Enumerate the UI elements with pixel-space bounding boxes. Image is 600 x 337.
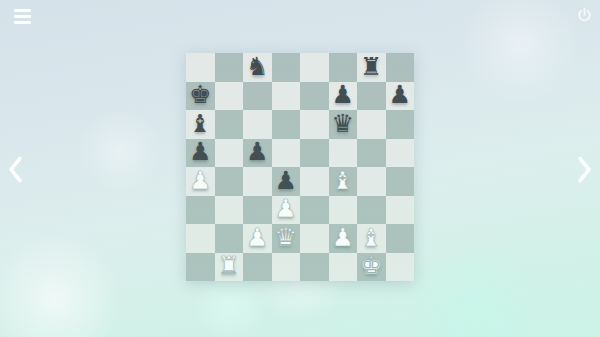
piece-white-king[interactable]: ♚ [360,253,382,278]
square-b1[interactable]: ♜ [215,253,244,282]
piece-black-pawn[interactable]: ♟ [332,82,354,107]
square-c7[interactable] [243,82,272,111]
piece-black-bishop[interactable]: ♝ [189,111,211,136]
square-f5[interactable] [329,139,358,168]
square-b4[interactable] [215,167,244,196]
square-h8[interactable] [386,53,415,82]
square-d1[interactable] [272,253,301,282]
next-puzzle-button[interactable] [575,155,593,184]
square-b8[interactable] [215,53,244,82]
menu-button[interactable] [14,9,32,24]
square-a7[interactable]: ♚ [186,82,215,111]
square-g5[interactable] [357,139,386,168]
square-d8[interactable] [272,53,301,82]
square-c1[interactable] [243,253,272,282]
square-a2[interactable] [186,224,215,253]
square-e2[interactable] [300,224,329,253]
square-g4[interactable] [357,167,386,196]
square-b7[interactable] [215,82,244,111]
square-h6[interactable] [386,110,415,139]
square-f3[interactable] [329,196,358,225]
square-g7[interactable] [357,82,386,111]
square-b2[interactable] [215,224,244,253]
square-a8[interactable] [186,53,215,82]
prev-puzzle-button[interactable] [7,155,25,184]
piece-black-pawn[interactable]: ♟ [389,82,411,107]
piece-white-bishop[interactable]: ♝ [332,168,354,193]
square-e5[interactable] [300,139,329,168]
square-h2[interactable] [386,224,415,253]
piece-white-pawn[interactable]: ♟ [189,168,211,193]
hamburger-menu-icon [14,9,31,12]
square-a4[interactable]: ♟ [186,167,215,196]
square-a5[interactable]: ♟ [186,139,215,168]
square-f6[interactable]: ♛ [329,110,358,139]
square-a3[interactable] [186,196,215,225]
square-g8[interactable]: ♜ [357,53,386,82]
square-d3[interactable]: ♟ [272,196,301,225]
square-c5[interactable]: ♟ [243,139,272,168]
square-e6[interactable] [300,110,329,139]
square-f7[interactable]: ♟ [329,82,358,111]
square-f2[interactable]: ♟ [329,224,358,253]
piece-black-knight[interactable]: ♞ [246,54,268,79]
square-d2[interactable]: ♛ [272,224,301,253]
square-d4[interactable]: ♟ [272,167,301,196]
square-f1[interactable] [329,253,358,282]
piece-black-queen[interactable]: ♛ [332,111,354,136]
power-icon [576,7,593,24]
chevron-right-icon [575,155,593,184]
square-c4[interactable] [243,167,272,196]
square-b6[interactable] [215,110,244,139]
square-d6[interactable] [272,110,301,139]
piece-black-pawn[interactable]: ♟ [246,139,268,164]
piece-white-pawn[interactable]: ♟ [246,225,268,250]
square-b3[interactable] [215,196,244,225]
square-c8[interactable]: ♞ [243,53,272,82]
square-e8[interactable] [300,53,329,82]
piece-white-pawn[interactable]: ♟ [332,225,354,250]
square-g6[interactable] [357,110,386,139]
piece-white-queen[interactable]: ♛ [275,225,297,250]
square-f8[interactable] [329,53,358,82]
square-g2[interactable]: ♝ [357,224,386,253]
chevron-left-icon [7,155,25,184]
square-g1[interactable]: ♚ [357,253,386,282]
power-button[interactable] [576,7,593,24]
square-c6[interactable] [243,110,272,139]
hamburger-menu-icon [14,15,31,18]
piece-white-pawn[interactable]: ♟ [275,196,297,221]
piece-black-king[interactable]: ♚ [189,82,211,107]
square-e1[interactable] [300,253,329,282]
square-g3[interactable] [357,196,386,225]
square-h4[interactable] [386,167,415,196]
square-b5[interactable] [215,139,244,168]
piece-white-rook[interactable]: ♜ [218,253,240,278]
square-e3[interactable] [300,196,329,225]
piece-black-rook[interactable]: ♜ [360,54,382,79]
piece-white-bishop[interactable]: ♝ [360,225,382,250]
square-a6[interactable]: ♝ [186,110,215,139]
square-d7[interactable] [272,82,301,111]
square-f4[interactable]: ♝ [329,167,358,196]
square-h3[interactable] [386,196,415,225]
square-c3[interactable] [243,196,272,225]
square-a1[interactable] [186,253,215,282]
square-d5[interactable] [272,139,301,168]
piece-black-pawn[interactable]: ♟ [189,139,211,164]
square-e4[interactable] [300,167,329,196]
hamburger-menu-icon [14,21,31,24]
square-c2[interactable]: ♟ [243,224,272,253]
square-h7[interactable]: ♟ [386,82,415,111]
chess-board[interactable]: ♞♜♚♟♟♝♛♟♟♟♟♝♟♟♛♟♝♜♚ [186,53,414,281]
square-e7[interactable] [300,82,329,111]
piece-black-pawn[interactable]: ♟ [275,168,297,193]
square-h1[interactable] [386,253,415,282]
square-h5[interactable] [386,139,415,168]
